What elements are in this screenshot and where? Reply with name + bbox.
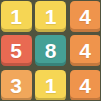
tile[interactable]: 4 [70,70,101,101]
tile-grid: 1 1 4 5 8 4 3 1 4 [1,1,101,101]
tile[interactable]: 1 [1,1,32,32]
tile[interactable]: 1 [35,1,66,32]
tile[interactable]: 8 [35,35,66,66]
tile[interactable]: 1 [35,70,66,101]
tile[interactable]: 4 [70,35,101,66]
tile[interactable]: 3 [1,70,32,101]
tile[interactable]: 4 [70,1,101,32]
tile[interactable]: 5 [1,35,32,66]
